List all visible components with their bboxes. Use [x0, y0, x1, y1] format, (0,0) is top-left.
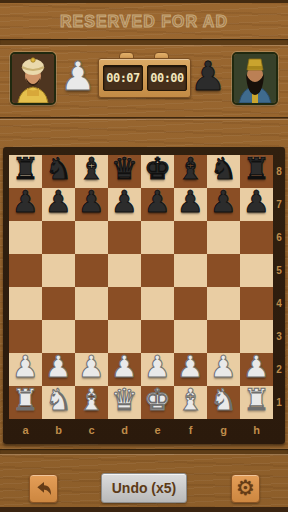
black-rook: ♜: [240, 151, 273, 184]
square-b1[interactable]: ♞: [42, 386, 75, 419]
black-player-avatar: [232, 52, 278, 105]
white-pawn: ♟: [108, 349, 141, 382]
square-a6[interactable]: [9, 221, 42, 254]
square-a5[interactable]: [9, 254, 42, 287]
square-c1[interactable]: ♝: [75, 386, 108, 419]
square-b5[interactable]: [42, 254, 75, 287]
square-c4[interactable]: [75, 287, 108, 320]
white-rook: ♜: [240, 382, 273, 415]
black-pawn: ♟: [240, 184, 273, 217]
black-pawn: ♟: [9, 184, 42, 217]
chess-clock: 00:07 00:00: [98, 52, 191, 98]
chess-board: ♜♞♝♛♚♝♞♜♟♟♟♟♟♟♟♟♟♟♟♟♟♟♟♟♜♞♝♛♚♝♞♜ 8765432…: [3, 147, 285, 444]
square-e6[interactable]: [141, 221, 174, 254]
white-pawn: ♟: [207, 349, 240, 382]
white-player-avatar: [10, 52, 56, 105]
square-e5[interactable]: [141, 254, 174, 287]
file-label-g: g: [207, 419, 240, 441]
white-bishop: ♝: [174, 382, 207, 415]
black-pawn: ♟: [141, 184, 174, 217]
white-pawn: ♟: [9, 349, 42, 382]
board-squares: ♜♞♝♛♚♝♞♜♟♟♟♟♟♟♟♟♟♟♟♟♟♟♟♟♜♞♝♛♚♝♞♜: [9, 155, 273, 419]
square-c6[interactable]: [75, 221, 108, 254]
square-f4[interactable]: [174, 287, 207, 320]
white-pawn: ♟: [174, 349, 207, 382]
rank-label-2: 2: [273, 353, 285, 386]
ad-placeholder-text: RESERVED FOR AD: [0, 8, 288, 36]
white-knight: ♞: [207, 382, 240, 415]
rank-label-6: 6: [273, 221, 285, 254]
clock-body: 00:07 00:00: [98, 58, 191, 98]
bottom-plank-edge: [0, 507, 288, 512]
white-pawn: ♟: [240, 349, 273, 382]
black-clock-display: 00:00: [147, 65, 187, 91]
black-king: ♚: [141, 151, 174, 184]
black-queen: ♛: [108, 151, 141, 184]
white-king: ♚: [141, 382, 174, 415]
square-e4[interactable]: [141, 287, 174, 320]
white-clock-display: 00:07: [103, 65, 143, 91]
square-g1[interactable]: ♞: [207, 386, 240, 419]
rank-label-8: 8: [273, 155, 285, 188]
black-pawn: ♟: [108, 184, 141, 217]
white-bishop: ♝: [75, 382, 108, 415]
square-h7[interactable]: ♟: [240, 188, 273, 221]
square-f1[interactable]: ♝: [174, 386, 207, 419]
square-h4[interactable]: [240, 287, 273, 320]
square-b7[interactable]: ♟: [42, 188, 75, 221]
white-queen: ♛: [108, 382, 141, 415]
file-label-c: c: [75, 419, 108, 441]
plank-seam: [0, 449, 288, 454]
square-f5[interactable]: [174, 254, 207, 287]
square-h6[interactable]: [240, 221, 273, 254]
white-side-pawn-icon: ♟: [59, 48, 97, 104]
square-b4[interactable]: [42, 287, 75, 320]
rank-label-5: 5: [273, 254, 285, 287]
square-a4[interactable]: [9, 287, 42, 320]
file-labels: abcdefgh: [9, 419, 273, 441]
square-d5[interactable]: [108, 254, 141, 287]
black-pawn: ♟: [75, 184, 108, 217]
top-plank-edge: [0, 0, 288, 3]
square-g5[interactable]: [207, 254, 240, 287]
square-g6[interactable]: [207, 221, 240, 254]
file-label-b: b: [42, 419, 75, 441]
square-d7[interactable]: ♟: [108, 188, 141, 221]
square-h5[interactable]: [240, 254, 273, 287]
square-b6[interactable]: [42, 221, 75, 254]
file-label-h: h: [240, 419, 273, 441]
black-knight: ♞: [207, 151, 240, 184]
rank-labels: 87654321: [273, 155, 285, 419]
black-bishop: ♝: [75, 151, 108, 184]
black-pawn: ♟: [174, 184, 207, 217]
rank-label-1: 1: [273, 386, 285, 419]
square-f7[interactable]: ♟: [174, 188, 207, 221]
file-label-a: a: [9, 419, 42, 441]
square-c7[interactable]: ♟: [75, 188, 108, 221]
square-d4[interactable]: [108, 287, 141, 320]
plank-seam: [0, 117, 288, 119]
square-c5[interactable]: [75, 254, 108, 287]
black-knight: ♞: [42, 151, 75, 184]
file-label-d: d: [108, 419, 141, 441]
white-knight: ♞: [42, 382, 75, 415]
back-arrow-icon: [34, 479, 54, 499]
white-rook: ♜: [9, 382, 42, 415]
rank-label-7: 7: [273, 188, 285, 221]
gear-icon: ⚙: [236, 478, 255, 499]
square-d1[interactable]: ♛: [108, 386, 141, 419]
white-pawn: ♟: [75, 349, 108, 382]
square-e7[interactable]: ♟: [141, 188, 174, 221]
settings-button[interactable]: ⚙: [231, 474, 260, 503]
chess-app-window: RESERVED FOR AD ♟ 00:07 00:00 ♟: [0, 0, 288, 512]
square-g7[interactable]: ♟: [207, 188, 240, 221]
square-g4[interactable]: [207, 287, 240, 320]
square-a1[interactable]: ♜: [9, 386, 42, 419]
file-label-e: e: [141, 419, 174, 441]
square-d6[interactable]: [108, 221, 141, 254]
back-button[interactable]: [29, 474, 58, 503]
black-side-pawn-icon: ♟: [189, 48, 227, 104]
white-pawn: ♟: [42, 349, 75, 382]
square-e1[interactable]: ♚: [141, 386, 174, 419]
plank-seam: [0, 39, 288, 45]
white-pawn: ♟: [141, 349, 174, 382]
square-f6[interactable]: [174, 221, 207, 254]
black-pawn: ♟: [207, 184, 240, 217]
black-rook: ♜: [9, 151, 42, 184]
rank-label-3: 3: [273, 320, 285, 353]
file-label-f: f: [174, 419, 207, 441]
square-h1[interactable]: ♜: [240, 386, 273, 419]
rank-label-4: 4: [273, 287, 285, 320]
undo-button[interactable]: Undo (x5): [101, 473, 187, 503]
square-a7[interactable]: ♟: [9, 188, 42, 221]
black-pawn: ♟: [42, 184, 75, 217]
black-bishop: ♝: [174, 151, 207, 184]
